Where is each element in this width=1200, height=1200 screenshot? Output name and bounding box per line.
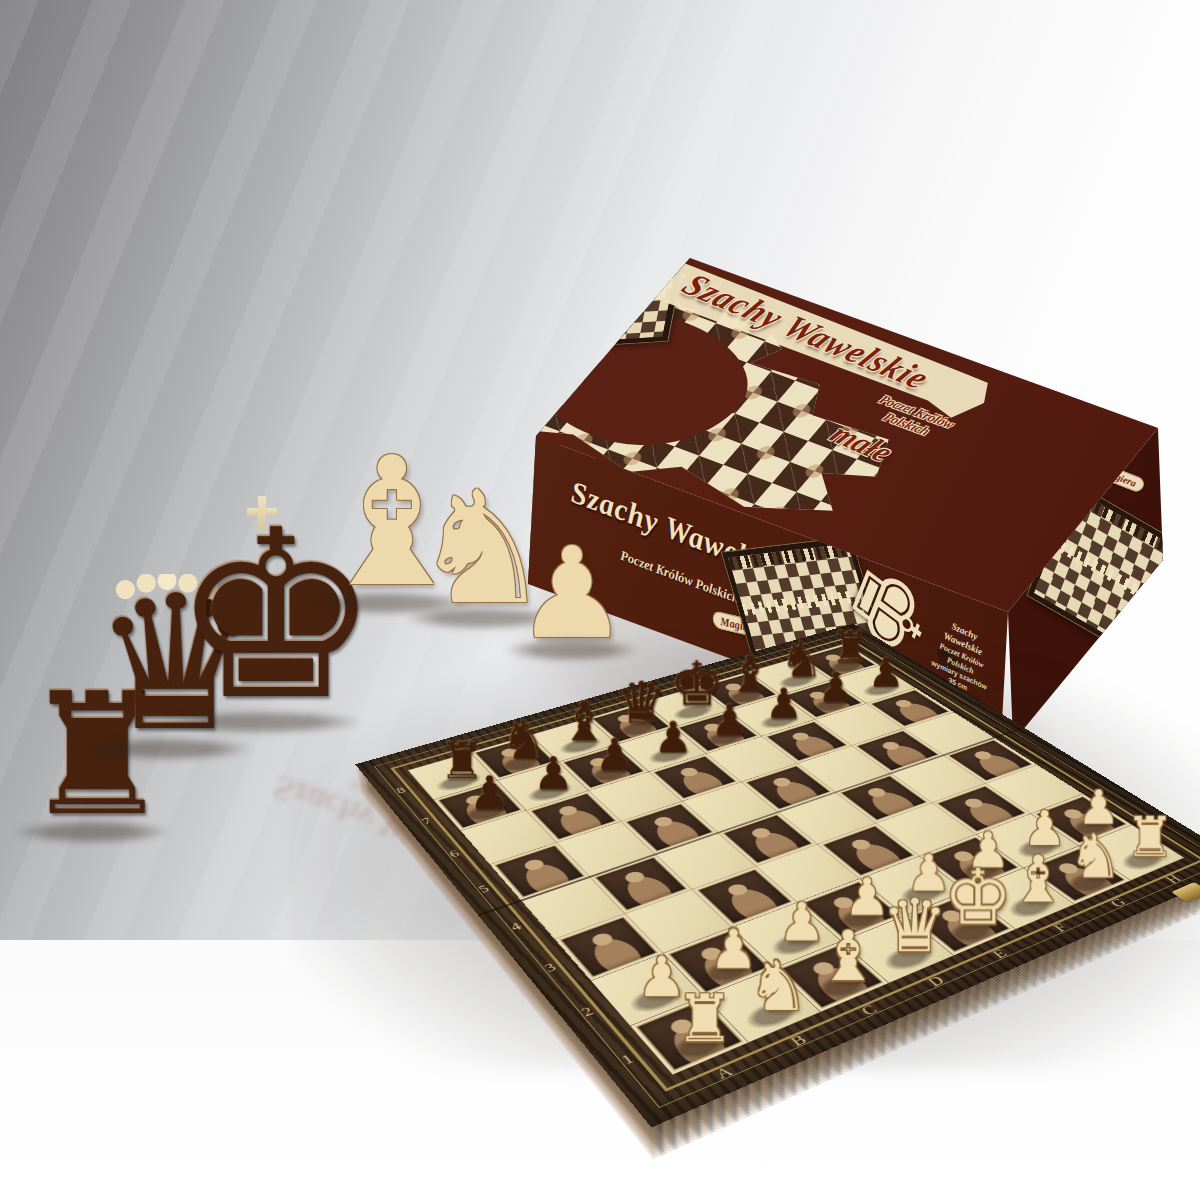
piece-white-king-e1: ♚	[943, 859, 1012, 936]
piece-black-knight-g8: ♞	[780, 636, 823, 684]
piece-white-rook-a1: ♜	[675, 986, 734, 1051]
piece-black-pawn-c7: ♟	[595, 733, 635, 777]
piece-black-pawn-b7: ♟	[533, 751, 574, 796]
king-cross-tip	[247, 496, 277, 530]
piece-black-pawn-e7: ♟	[711, 699, 749, 742]
piece-white-bishop-f1: ♝	[1009, 847, 1067, 911]
piece-white-queen-d1: ♛	[882, 890, 948, 963]
piece-white-knight-g1: ♞	[1068, 827, 1122, 887]
piece-white-knight-b1: ♞	[748, 952, 809, 1020]
light-pawn-glyph: ♟	[512, 534, 632, 654]
piece-shadow	[12, 820, 173, 844]
piece-shadow	[159, 710, 366, 734]
product-photo-scene: Szachy Wawelskie Poczet Królów Polskich …	[0, 0, 1200, 1200]
piece-black-pawn-d7: ♟	[654, 715, 693, 758]
display-light-pawn: ♟	[512, 534, 632, 654]
piece-black-pawn-g7: ♟	[818, 667, 855, 708]
piece-black-pawn-f7: ♟	[765, 682, 802, 724]
piece-black-pawn-h7: ♟	[868, 652, 904, 692]
piece-shadow	[503, 638, 641, 662]
piece-white-bishop-c1: ♝	[817, 922, 879, 991]
piece-white-rook-h1: ♜	[1125, 809, 1174, 864]
piece-black-pawn-a7: ♟	[469, 770, 510, 816]
king-portrait-engraving	[840, 775, 928, 820]
